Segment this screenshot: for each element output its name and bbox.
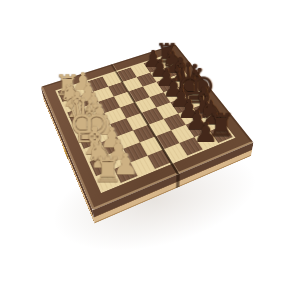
brass-latch-icon [62,143,69,162]
folding-chess-board: ♜♟♞♟♝♟♟♛♜♟♟♚♞♟♟♝♝♟♟♞♛♟♟♜♚♟♟♝♟♞♟♜ [41,44,253,210]
board-scene: ♜♟♞♟♝♟♟♛♜♟♟♚♞♟♟♝♝♟♟♞♛♟♟♜♚♟♟♝♟♞♟♜ [0,0,300,300]
product-photo: ♜♟♞♟♝♟♟♛♜♟♟♚♞♟♟♝♝♟♟♞♛♟♟♜♚♟♟♝♟♞♟♜ [0,0,300,300]
